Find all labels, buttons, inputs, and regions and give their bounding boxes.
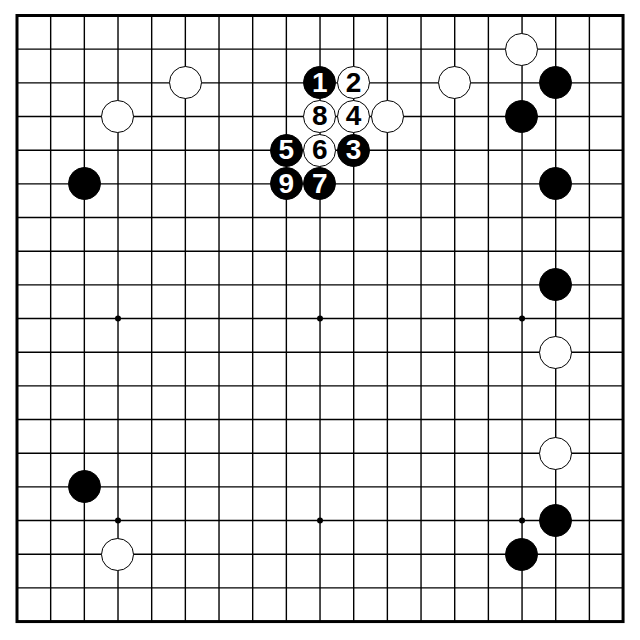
stone-black-setup [539,504,572,537]
stone-black-move-5: 5 [270,134,303,167]
stone-white-setup [505,33,538,66]
stone-white-setup [101,538,134,571]
stone-white-setup [539,437,572,470]
stone-white-move-2: 2 [337,66,370,99]
stone-white-setup [539,336,572,369]
stone-black-setup [539,66,572,99]
stone-white-setup [438,66,471,99]
move-number-label: 4 [346,102,362,130]
move-number-label: 7 [312,169,328,197]
move-number-label: 1 [312,68,328,96]
stone-black-setup [68,470,101,503]
stone-black-setup [68,167,101,200]
move-number-label: 8 [312,102,328,130]
stone-black-move-1: 1 [303,66,336,99]
stone-white-setup [371,100,404,133]
stone-white-move-8: 8 [303,100,336,133]
move-number-label: 9 [278,169,294,197]
stone-black-move-9: 9 [270,167,303,200]
stone-black-move-7: 7 [303,167,336,200]
go-board: 123456789 [0,0,640,638]
move-number-label: 3 [346,136,362,164]
stone-black-move-3: 3 [337,134,370,167]
stone-white-move-6: 6 [303,134,336,167]
move-number-label: 2 [346,68,362,96]
move-number-label: 5 [278,136,294,164]
stone-white-setup [169,66,202,99]
stone-black-setup [505,100,538,133]
go-kifu-diagram: 123456789 [0,0,640,640]
stone-black-setup [505,538,538,571]
stone-white-setup [101,100,134,133]
move-number-label: 6 [312,136,328,164]
stone-white-move-4: 4 [337,100,370,133]
stone-black-setup [539,268,572,301]
stone-black-setup [539,167,572,200]
